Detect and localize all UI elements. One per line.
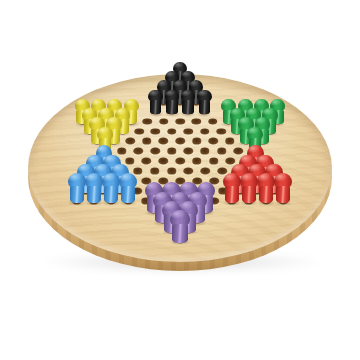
peg-red[interactable] [223, 173, 241, 203]
peg-blue[interactable] [67, 173, 85, 203]
hole[interactable] [175, 138, 185, 145]
peg-red[interactable] [240, 173, 258, 203]
hole[interactable] [167, 168, 177, 175]
hole[interactable] [201, 168, 211, 175]
hole[interactable] [159, 118, 169, 125]
peg-stem [87, 186, 101, 203]
hole[interactable] [150, 168, 160, 175]
peg-red[interactable] [274, 173, 292, 203]
hole[interactable] [184, 148, 194, 155]
hole[interactable] [200, 148, 210, 155]
peg-stem [172, 224, 187, 243]
hole[interactable] [151, 128, 161, 135]
hole[interactable] [158, 158, 168, 165]
hole[interactable] [200, 128, 210, 135]
hole[interactable] [184, 168, 194, 175]
hole[interactable] [175, 158, 185, 165]
peg-stem [150, 100, 161, 114]
peg-stem [70, 186, 84, 203]
hole[interactable] [150, 148, 160, 155]
peg-black[interactable] [148, 90, 163, 115]
peg-black[interactable] [181, 90, 196, 115]
hole[interactable] [159, 138, 169, 145]
chinese-checkers-photo [0, 0, 360, 360]
hole[interactable] [225, 138, 235, 145]
peg-stem [182, 100, 193, 114]
hole[interactable] [208, 118, 218, 125]
peg-purple[interactable] [170, 210, 190, 243]
hole[interactable] [134, 148, 144, 155]
peg-blue[interactable] [119, 173, 137, 203]
hole[interactable] [142, 138, 152, 145]
hole[interactable] [175, 118, 185, 125]
peg-red[interactable] [257, 173, 275, 203]
hole[interactable] [126, 138, 136, 145]
peg-black[interactable] [164, 90, 179, 115]
hole[interactable] [192, 138, 202, 145]
board-scene [0, 0, 360, 360]
hole[interactable] [216, 128, 226, 135]
peg-stem [166, 100, 177, 114]
hole[interactable] [192, 118, 202, 125]
hole[interactable] [167, 148, 177, 155]
peg-stem [121, 186, 135, 203]
hole[interactable] [183, 128, 193, 135]
peg-blue[interactable] [85, 173, 103, 203]
peg-blue[interactable] [102, 173, 120, 203]
hole[interactable] [208, 138, 218, 145]
peg-stem [199, 100, 210, 114]
peg-stem [276, 186, 290, 203]
peg-black[interactable] [197, 90, 212, 115]
hole[interactable] [134, 128, 144, 135]
peg-stem [104, 186, 118, 203]
hole[interactable] [142, 158, 152, 165]
peg-stem [242, 186, 256, 203]
hole[interactable] [209, 158, 219, 165]
hole[interactable] [192, 158, 202, 165]
hole[interactable] [167, 128, 177, 135]
peg-stem [225, 186, 239, 203]
hole[interactable] [217, 148, 227, 155]
peg-stem [259, 186, 273, 203]
hole[interactable] [143, 118, 153, 125]
